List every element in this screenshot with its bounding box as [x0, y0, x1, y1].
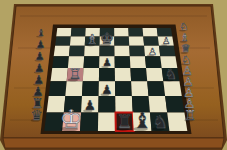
- piece-black-B-f1[interactable]: ♝: [133, 108, 153, 133]
- square-h3[interactable]: [163, 81, 181, 96]
- square-b3[interactable]: [65, 81, 82, 96]
- piece-white-P-g6[interactable]: ♙: [148, 46, 157, 57]
- square-h2[interactable]: [165, 96, 184, 113]
- square-d1[interactable]: [98, 113, 116, 131]
- square-c4[interactable]: [83, 68, 99, 81]
- board-svg: ♗♚♙♙♟♖♞♟♟♔♜♝♞♝♟♟♟♟♟♜♛♘♗♕♘♙♙♙♙♖: [0, 0, 227, 150]
- square-c3[interactable]: [82, 81, 99, 96]
- square-e3[interactable]: [115, 81, 132, 96]
- square-g5[interactable]: [145, 56, 162, 68]
- square-f4[interactable]: [130, 68, 147, 81]
- piece-white-B-c7[interactable]: ♗: [86, 31, 98, 47]
- piece-black-R-e1[interactable]: ♜: [116, 111, 133, 132]
- piece-white-P-h7[interactable]: ♙: [162, 35, 170, 46]
- captured-black-q-7: ♛: [31, 107, 43, 123]
- square-d2[interactable]: [98, 96, 115, 113]
- square-e2[interactable]: [115, 96, 132, 113]
- captured-black-p-1: ♟: [36, 38, 45, 50]
- piece-black-N-h4[interactable]: ♞: [165, 66, 178, 82]
- square-e5[interactable]: [115, 56, 131, 68]
- captured-white-R-8: ♖: [184, 107, 197, 123]
- piece-black-K-d7[interactable]: ♚: [100, 29, 114, 48]
- table-front-edge: [3, 138, 224, 148]
- piece-black-N-g1[interactable]: ♞: [152, 111, 168, 132]
- piece-black-P-d5[interactable]: ♟: [102, 56, 112, 69]
- piece-white-K-b1[interactable]: ♔: [60, 104, 83, 134]
- board-sheen: [54, 28, 176, 56]
- square-f3[interactable]: [131, 81, 148, 96]
- square-a3[interactable]: [49, 81, 67, 96]
- piece-black-P-d3[interactable]: ♟: [101, 82, 112, 97]
- captured-black-b-0: ♝: [37, 27, 46, 38]
- piece-black-P-c2[interactable]: ♟: [84, 97, 96, 113]
- captured-white-B-1: ♗: [180, 31, 189, 43]
- square-a5[interactable]: [52, 56, 69, 68]
- square-g4[interactable]: [146, 68, 163, 81]
- square-d4[interactable]: [99, 68, 115, 81]
- chess-3d-scene: ♗♚♙♙♟♖♞♟♟♔♜♝♞♝♟♟♟♟♟♜♛♘♗♕♘♙♙♙♙♖: [0, 0, 227, 150]
- square-f5[interactable]: [130, 56, 146, 68]
- square-c5[interactable]: [84, 56, 100, 68]
- piece-white-R-b4[interactable]: ♖: [68, 65, 81, 82]
- square-e4[interactable]: [115, 68, 131, 81]
- square-g3[interactable]: [147, 81, 165, 96]
- square-a4[interactable]: [51, 68, 68, 81]
